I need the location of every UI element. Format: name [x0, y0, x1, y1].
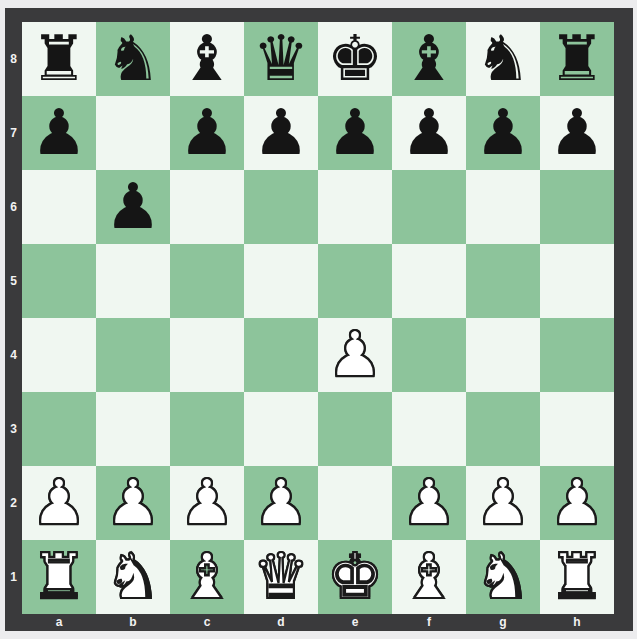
square-f5[interactable]	[392, 244, 466, 318]
square-f6[interactable]	[392, 170, 466, 244]
square-c3[interactable]	[170, 392, 244, 466]
white-rook[interactable]: ♜	[549, 540, 605, 614]
square-d8[interactable]: ♛	[244, 22, 318, 96]
square-b1[interactable]: ♞	[96, 540, 170, 614]
black-bishop[interactable]: ♝	[401, 22, 457, 96]
square-f3[interactable]	[392, 392, 466, 466]
rank-label-4: 4	[5, 318, 22, 392]
square-d4[interactable]	[244, 318, 318, 392]
rank-label-1: 1	[5, 540, 22, 614]
square-h5[interactable]	[540, 244, 614, 318]
rank-label-3: 3	[5, 392, 22, 466]
file-label-e: e	[318, 614, 392, 631]
square-c2[interactable]: ♟	[170, 466, 244, 540]
square-e7[interactable]: ♟	[318, 96, 392, 170]
rank-label-7: 7	[5, 96, 22, 170]
black-knight[interactable]: ♞	[475, 22, 531, 96]
square-e6[interactable]	[318, 170, 392, 244]
square-d5[interactable]	[244, 244, 318, 318]
square-h7[interactable]: ♟	[540, 96, 614, 170]
white-knight[interactable]: ♞	[105, 540, 161, 614]
square-c4[interactable]	[170, 318, 244, 392]
square-d3[interactable]	[244, 392, 318, 466]
square-f2[interactable]: ♟	[392, 466, 466, 540]
square-d1[interactable]: ♛	[244, 540, 318, 614]
file-label-h: h	[540, 614, 614, 631]
square-e2[interactable]	[318, 466, 392, 540]
square-a8[interactable]: ♜	[22, 22, 96, 96]
square-d6[interactable]	[244, 170, 318, 244]
black-knight[interactable]: ♞	[105, 22, 161, 96]
square-a2[interactable]: ♟	[22, 466, 96, 540]
rank-label-6: 6	[5, 170, 22, 244]
black-pawn[interactable]: ♟	[401, 96, 457, 170]
square-g1[interactable]: ♞	[466, 540, 540, 614]
black-pawn[interactable]: ♟	[549, 96, 605, 170]
page: { "game": "chess", "position": { "fen": …	[0, 0, 637, 639]
black-pawn[interactable]: ♟	[327, 96, 383, 170]
square-a1[interactable]: ♜	[22, 540, 96, 614]
square-a7[interactable]: ♟	[22, 96, 96, 170]
square-b2[interactable]: ♟	[96, 466, 170, 540]
white-bishop[interactable]: ♝	[401, 540, 457, 614]
square-g6[interactable]	[466, 170, 540, 244]
white-pawn[interactable]: ♟	[31, 466, 87, 540]
white-bishop[interactable]: ♝	[179, 540, 235, 614]
black-pawn[interactable]: ♟	[31, 96, 87, 170]
white-pawn[interactable]: ♟	[401, 466, 457, 540]
square-c5[interactable]	[170, 244, 244, 318]
rank-label-5: 5	[5, 244, 22, 318]
black-bishop[interactable]: ♝	[179, 22, 235, 96]
black-pawn[interactable]: ♟	[105, 170, 161, 244]
square-f8[interactable]: ♝	[392, 22, 466, 96]
square-h4[interactable]	[540, 318, 614, 392]
white-pawn[interactable]: ♟	[327, 318, 383, 392]
square-b3[interactable]	[96, 392, 170, 466]
file-label-b: b	[96, 614, 170, 631]
white-rook[interactable]: ♜	[31, 540, 87, 614]
square-g3[interactable]	[466, 392, 540, 466]
black-king[interactable]: ♚	[327, 22, 383, 96]
square-b6[interactable]: ♟	[96, 170, 170, 244]
square-a5[interactable]	[22, 244, 96, 318]
black-rook[interactable]: ♜	[31, 22, 87, 96]
black-rook[interactable]: ♜	[549, 22, 605, 96]
rank-label-8: 8	[5, 22, 22, 96]
square-e3[interactable]	[318, 392, 392, 466]
black-pawn[interactable]: ♟	[475, 96, 531, 170]
square-e1[interactable]: ♚	[318, 540, 392, 614]
rank-label-2: 2	[5, 466, 22, 540]
square-b7[interactable]	[96, 96, 170, 170]
square-c8[interactable]: ♝	[170, 22, 244, 96]
black-pawn[interactable]: ♟	[253, 96, 309, 170]
square-f7[interactable]: ♟	[392, 96, 466, 170]
square-d7[interactable]: ♟	[244, 96, 318, 170]
file-label-d: d	[244, 614, 318, 631]
file-label-f: f	[392, 614, 466, 631]
white-queen[interactable]: ♛	[253, 540, 309, 614]
black-queen[interactable]: ♛	[253, 22, 309, 96]
square-a3[interactable]	[22, 392, 96, 466]
square-b8[interactable]: ♞	[96, 22, 170, 96]
square-b5[interactable]	[96, 244, 170, 318]
file-label-g: g	[466, 614, 540, 631]
square-g7[interactable]: ♟	[466, 96, 540, 170]
file-labels: abcdefgh	[22, 614, 614, 631]
square-g8[interactable]: ♞	[466, 22, 540, 96]
square-b4[interactable]	[96, 318, 170, 392]
square-c1[interactable]: ♝	[170, 540, 244, 614]
white-pawn[interactable]: ♟	[105, 466, 161, 540]
white-pawn[interactable]: ♟	[179, 466, 235, 540]
board-frame: 87654321 ♜♞♝♛♚♝♞♜♟♟♟♟♟♟♟♟♟♟♟♟♟♟♟♟♜♞♝♛♚♝♞…	[5, 8, 633, 631]
white-pawn[interactable]: ♟	[253, 466, 309, 540]
square-c7[interactable]: ♟	[170, 96, 244, 170]
chess-board: ♜♞♝♛♚♝♞♜♟♟♟♟♟♟♟♟♟♟♟♟♟♟♟♟♜♞♝♛♚♝♞♜	[22, 22, 614, 614]
square-h3[interactable]	[540, 392, 614, 466]
square-h1[interactable]: ♜	[540, 540, 614, 614]
white-king[interactable]: ♚	[327, 540, 383, 614]
square-h8[interactable]: ♜	[540, 22, 614, 96]
file-label-c: c	[170, 614, 244, 631]
square-a4[interactable]	[22, 318, 96, 392]
square-e5[interactable]	[318, 244, 392, 318]
square-e4[interactable]: ♟	[318, 318, 392, 392]
square-a6[interactable]	[22, 170, 96, 244]
black-pawn[interactable]: ♟	[179, 96, 235, 170]
square-f1[interactable]: ♝	[392, 540, 466, 614]
square-h6[interactable]	[540, 170, 614, 244]
rank-labels: 87654321	[5, 22, 22, 614]
file-label-a: a	[22, 614, 96, 631]
square-e8[interactable]: ♚	[318, 22, 392, 96]
white-knight[interactable]: ♞	[475, 540, 531, 614]
white-pawn[interactable]: ♟	[549, 466, 605, 540]
white-pawn[interactable]: ♟	[475, 466, 531, 540]
square-g2[interactable]: ♟	[466, 466, 540, 540]
square-g4[interactable]	[466, 318, 540, 392]
square-c6[interactable]	[170, 170, 244, 244]
square-d2[interactable]: ♟	[244, 466, 318, 540]
square-f4[interactable]	[392, 318, 466, 392]
square-h2[interactable]: ♟	[540, 466, 614, 540]
square-g5[interactable]	[466, 244, 540, 318]
